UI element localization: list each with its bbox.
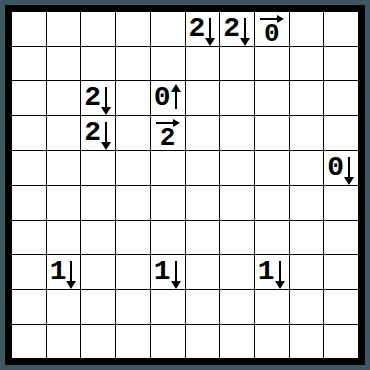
clue-number: 2 (223, 18, 240, 40)
cell-r10c8[interactable] (255, 325, 289, 358)
arrow-down-icon (205, 18, 216, 46)
cell-r7c6[interactable] (186, 221, 220, 254)
cell-r9c2[interactable] (47, 290, 81, 323)
cell-r6c1[interactable] (12, 186, 46, 219)
cell-r3c2[interactable] (47, 81, 81, 115)
arrow-down-icon (275, 261, 286, 289)
clue-cell-r8c2[interactable]: 1 (47, 255, 81, 289)
cell-r5c4[interactable] (116, 151, 150, 185)
cell-r5c1[interactable] (12, 151, 46, 185)
clue-number: 2 (84, 87, 101, 109)
clue-number: 2 (188, 18, 205, 40)
cell-r2c2[interactable] (47, 47, 81, 80)
clue: 2 (84, 81, 112, 115)
clue-number: 1 (154, 261, 171, 283)
arrow-down-icon (101, 87, 112, 115)
cell-r5c5[interactable] (151, 151, 185, 185)
clue: 2 (188, 12, 216, 46)
clue-number: 2 (160, 128, 176, 149)
arrow-down-icon (101, 122, 112, 150)
clue: 0 (327, 151, 355, 185)
cell-r2c8[interactable] (255, 47, 289, 80)
clue: 2 (84, 116, 112, 150)
cell-r1c2[interactable] (47, 12, 81, 46)
cell-r6c6[interactable] (186, 186, 220, 219)
cell-r2c5[interactable] (151, 47, 185, 80)
cell-r4c9[interactable] (290, 116, 324, 150)
clue-cell-r8c5[interactable]: 1 (151, 255, 185, 289)
cell-r6c3[interactable] (81, 186, 115, 219)
cell-r3c4[interactable] (116, 81, 150, 115)
arrow-down-icon (66, 261, 77, 289)
clue-number: 1 (258, 261, 275, 283)
cell-r1c10[interactable] (324, 12, 358, 46)
clue-cell-r8c8[interactable]: 1 (255, 255, 289, 289)
cell-r7c9[interactable] (290, 221, 324, 254)
cell-r2c7[interactable] (220, 47, 254, 80)
cell-r5c2[interactable] (47, 151, 81, 185)
cell-r7c10[interactable] (324, 221, 358, 254)
cell-r6c4[interactable] (116, 186, 150, 219)
clue-cell-r5c10[interactable]: 0 (324, 151, 358, 185)
arrow-up-icon (171, 84, 182, 109)
cell-r7c3[interactable] (81, 221, 115, 254)
cell-r3c10[interactable] (324, 81, 358, 115)
cell-r10c7[interactable] (220, 325, 254, 358)
cell-r7c5[interactable] (151, 221, 185, 254)
cell-r6c9[interactable] (290, 186, 324, 219)
cell-r1c4[interactable] (116, 12, 150, 46)
clue-number: 1 (50, 261, 67, 283)
cell-r9c9[interactable] (290, 290, 324, 323)
cell-r1c3[interactable] (81, 12, 115, 46)
cell-r10c3[interactable] (81, 325, 115, 358)
clue-number: 0 (327, 157, 344, 179)
cell-r10c1[interactable] (12, 325, 46, 358)
clue-cell-r3c3[interactable]: 2 (81, 81, 115, 115)
cell-r8c10[interactable] (324, 255, 358, 289)
cell-r3c9[interactable] (290, 81, 324, 115)
cell-r2c4[interactable] (116, 47, 150, 80)
cell-r9c7[interactable] (220, 290, 254, 323)
cell-r7c4[interactable] (116, 221, 150, 254)
cell-r10c6[interactable] (186, 325, 220, 358)
cell-r10c4[interactable] (116, 325, 150, 358)
cell-r9c6[interactable] (186, 290, 220, 323)
cell-r4c1[interactable] (12, 116, 46, 150)
clue: 1 (154, 255, 182, 289)
clue-cell-r1c7[interactable]: 2 (220, 12, 254, 46)
cell-r7c8[interactable] (255, 221, 289, 254)
clue-cell-r4c5[interactable]: 2 (151, 116, 185, 150)
cell-r4c10[interactable] (324, 116, 358, 150)
clue-cell-r4c3[interactable]: 2 (81, 116, 115, 150)
cell-r9c4[interactable] (116, 290, 150, 323)
cell-r3c8[interactable] (255, 81, 289, 115)
arrow-right-icon (156, 118, 180, 127)
clue-cell-r1c6[interactable]: 2 (186, 12, 220, 46)
clue: 1 (50, 255, 78, 289)
cell-r4c7[interactable] (220, 116, 254, 150)
clue: 1 (258, 255, 286, 289)
clue: 2 (156, 118, 180, 149)
cell-r1c1[interactable] (12, 12, 46, 46)
cell-r8c9[interactable] (290, 255, 324, 289)
clue: 0 (260, 14, 284, 45)
cell-r10c10[interactable] (324, 325, 358, 358)
cell-r8c4[interactable] (116, 255, 150, 289)
cell-r4c2[interactable] (47, 116, 81, 150)
clue-number: 0 (264, 24, 280, 45)
cell-r7c7[interactable] (220, 221, 254, 254)
cell-r4c4[interactable] (116, 116, 150, 150)
cell-r6c5[interactable] (151, 186, 185, 219)
cell-r6c8[interactable] (255, 186, 289, 219)
cell-r8c7[interactable] (220, 255, 254, 289)
arrow-down-icon (240, 18, 251, 46)
cell-r2c1[interactable] (12, 47, 46, 80)
cell-r6c10[interactable] (324, 186, 358, 219)
cell-r2c9[interactable] (290, 47, 324, 80)
cell-r9c5[interactable] (151, 290, 185, 323)
cell-r6c2[interactable] (47, 186, 81, 219)
puzzle-grid: 22020220111 (12, 12, 358, 358)
clue-number: 0 (154, 87, 171, 109)
arrow-down-icon (171, 261, 182, 289)
cell-r1c9[interactable] (290, 12, 324, 46)
page-root: 22020220111 (0, 0, 370, 370)
cell-r3c6[interactable] (186, 81, 220, 115)
cell-r5c8[interactable] (255, 151, 289, 185)
cell-r10c2[interactable] (47, 325, 81, 358)
board-frame: 22020220111 (5, 5, 365, 365)
cell-r4c8[interactable] (255, 116, 289, 150)
clue-cell-r1c8[interactable]: 0 (255, 12, 289, 46)
cell-r1c5[interactable] (151, 12, 185, 46)
cell-r5c9[interactable] (290, 151, 324, 185)
cell-r8c3[interactable] (81, 255, 115, 289)
cell-r9c3[interactable] (81, 290, 115, 323)
clue-number: 2 (84, 122, 101, 144)
cell-r10c5[interactable] (151, 325, 185, 358)
cell-r4c6[interactable] (186, 116, 220, 150)
clue: 2 (223, 12, 251, 46)
cell-r2c10[interactable] (324, 47, 358, 80)
cell-r9c8[interactable] (255, 290, 289, 323)
cell-r7c1[interactable] (12, 221, 46, 254)
cell-r8c6[interactable] (186, 255, 220, 289)
cell-r10c9[interactable] (290, 325, 324, 358)
arrow-down-icon (344, 157, 355, 185)
cell-r2c3[interactable] (81, 47, 115, 80)
cell-r5c7[interactable] (220, 151, 254, 185)
cell-r2c6[interactable] (186, 47, 220, 80)
cell-r5c3[interactable] (81, 151, 115, 185)
clue: 0 (154, 84, 182, 113)
cell-r7c2[interactable] (47, 221, 81, 254)
cell-r9c1[interactable] (12, 290, 46, 323)
cell-r5c6[interactable] (186, 151, 220, 185)
cell-r9c10[interactable] (324, 290, 358, 323)
cell-r3c1[interactable] (12, 81, 46, 115)
clue-cell-r3c5[interactable]: 0 (151, 81, 185, 115)
cell-r6c7[interactable] (220, 186, 254, 219)
arrow-right-icon (260, 14, 284, 23)
cell-r8c1[interactable] (12, 255, 46, 289)
cell-r3c7[interactable] (220, 81, 254, 115)
